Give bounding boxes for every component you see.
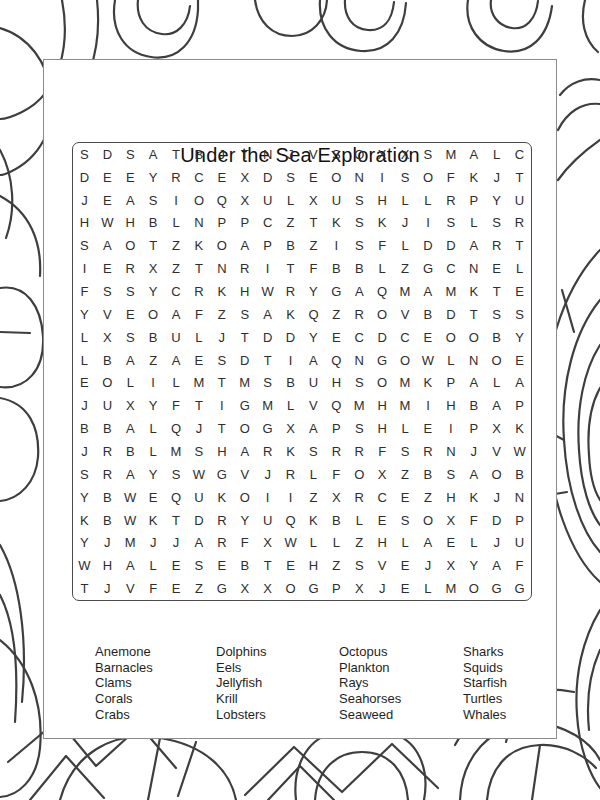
grid-cell: L bbox=[394, 234, 417, 257]
grid-cell: Y bbox=[73, 531, 96, 554]
grid-cell: C bbox=[256, 212, 279, 235]
word-list-item: Squids bbox=[463, 660, 507, 676]
grid-cell: H bbox=[439, 394, 462, 417]
grid-cell: X bbox=[233, 189, 256, 212]
grid-cell: X bbox=[348, 577, 371, 600]
grid-cell: H bbox=[119, 212, 142, 235]
grid-cell: D bbox=[96, 143, 119, 166]
word-list-item: Plankton bbox=[339, 660, 401, 676]
grid-cell: L bbox=[485, 372, 508, 395]
grid-cell: T bbox=[187, 257, 210, 280]
word-list-item: Rays bbox=[339, 675, 401, 691]
grid-cell: M bbox=[394, 394, 417, 417]
grid-cell: Q bbox=[348, 143, 371, 166]
grid-cell: G bbox=[508, 577, 531, 600]
grid-cell: F bbox=[462, 509, 485, 532]
grid-cell: T bbox=[256, 554, 279, 577]
grid-cell: E bbox=[394, 554, 417, 577]
grid-cell: R bbox=[325, 440, 348, 463]
grid-cell: S bbox=[416, 143, 439, 166]
grid-cell: M bbox=[233, 372, 256, 395]
grid-cell: B bbox=[325, 509, 348, 532]
grid-cell: Z bbox=[279, 212, 302, 235]
grid-cell: V bbox=[233, 463, 256, 486]
grid-cell: J bbox=[485, 531, 508, 554]
grid-cell: H bbox=[371, 531, 394, 554]
grid-cell: S bbox=[96, 280, 119, 303]
grid-cell: L bbox=[485, 143, 508, 166]
grid-cell: I bbox=[256, 257, 279, 280]
grid-cell: H bbox=[439, 486, 462, 509]
grid-cell: H bbox=[233, 280, 256, 303]
grid-cell: D bbox=[279, 326, 302, 349]
grid-cell: H bbox=[73, 212, 96, 235]
grid-cell: W bbox=[96, 212, 119, 235]
grid-cell: E bbox=[394, 486, 417, 509]
grid-cell: K bbox=[462, 280, 485, 303]
grid-cell: Z bbox=[394, 463, 417, 486]
grid-cell: K bbox=[279, 440, 302, 463]
grid-cell: R bbox=[348, 486, 371, 509]
grid-cell: J bbox=[485, 166, 508, 189]
word-search-grid: SDSATBJTNJVSQXXSMALCDEEYRCEXDSEONISOFKJT… bbox=[72, 142, 532, 601]
grid-cell: F bbox=[439, 166, 462, 189]
grid-cell: K bbox=[302, 509, 325, 532]
grid-cell: V bbox=[394, 303, 417, 326]
grid-cell: K bbox=[462, 486, 485, 509]
puzzle-card: Under the Sea Exploration SDSATBJTNJVSQX… bbox=[43, 59, 557, 739]
grid-cell: J bbox=[96, 531, 119, 554]
grid-cell: O bbox=[439, 326, 462, 349]
grid-cell: T bbox=[302, 212, 325, 235]
grid-cell: F bbox=[73, 280, 96, 303]
grid-cell: C bbox=[371, 486, 394, 509]
grid-cell: I bbox=[371, 166, 394, 189]
grid-cell: I bbox=[256, 486, 279, 509]
grid-cell: J bbox=[165, 531, 188, 554]
grid-cell: R bbox=[96, 463, 119, 486]
grid-cell: R bbox=[165, 166, 188, 189]
grid-cell: E bbox=[96, 166, 119, 189]
grid-cell: E bbox=[96, 257, 119, 280]
grid-cell: V bbox=[96, 303, 119, 326]
grid-cell: E bbox=[371, 509, 394, 532]
grid-cell: B bbox=[233, 554, 256, 577]
grid-cell: X bbox=[325, 486, 348, 509]
grid-cell: K bbox=[462, 166, 485, 189]
grid-cell: S bbox=[348, 234, 371, 257]
grid-cell: E bbox=[394, 577, 417, 600]
grid-cell: S bbox=[256, 372, 279, 395]
grid-cell: T bbox=[508, 166, 531, 189]
grid-cell: H bbox=[371, 394, 394, 417]
grid-cell: K bbox=[187, 234, 210, 257]
grid-cell: B bbox=[96, 349, 119, 372]
grid-cell: J bbox=[394, 212, 417, 235]
grid-cell: J bbox=[416, 554, 439, 577]
grid-cell: H bbox=[371, 417, 394, 440]
word-list-column: OctopusPlanktonRaysSeahorsesSeaweed bbox=[339, 644, 401, 723]
grid-cell: N bbox=[439, 440, 462, 463]
grid-cell: G bbox=[302, 577, 325, 600]
grid-cell: R bbox=[279, 463, 302, 486]
grid-cell: O bbox=[371, 372, 394, 395]
grid-cell: L bbox=[508, 257, 531, 280]
grid-cell: M bbox=[439, 577, 462, 600]
word-list-column: AnemoneBarnaclesClamsCoralsCrabs bbox=[95, 644, 153, 723]
grid-cell: S bbox=[142, 189, 165, 212]
grid-cell: T bbox=[233, 143, 256, 166]
grid-cell: F bbox=[233, 531, 256, 554]
grid-cell: B bbox=[142, 212, 165, 235]
grid-cell: A bbox=[165, 303, 188, 326]
grid-cell: O bbox=[485, 349, 508, 372]
grid-cell: U bbox=[325, 189, 348, 212]
grid-cell: X bbox=[96, 326, 119, 349]
grid-cell: A bbox=[416, 280, 439, 303]
word-list-item: Sharks bbox=[463, 644, 507, 660]
grid-cell: R bbox=[233, 257, 256, 280]
word-list-item: Barnacles bbox=[95, 660, 153, 676]
grid-cell: S bbox=[348, 417, 371, 440]
grid-cell: I bbox=[416, 212, 439, 235]
grid-cell: F bbox=[325, 463, 348, 486]
grid-cell: Z bbox=[165, 257, 188, 280]
grid-cell: U bbox=[508, 189, 531, 212]
grid-cell: S bbox=[119, 326, 142, 349]
grid-cell: B bbox=[96, 486, 119, 509]
grid-cell: L bbox=[279, 189, 302, 212]
grid-cell: X bbox=[485, 417, 508, 440]
grid-cell: A bbox=[119, 189, 142, 212]
grid-cell: A bbox=[233, 440, 256, 463]
grid-cell: G bbox=[371, 349, 394, 372]
word-list: AnemoneBarnaclesClamsCoralsCrabsDolphins… bbox=[44, 644, 556, 734]
grid-cell: L bbox=[462, 531, 485, 554]
grid-cell: M bbox=[165, 440, 188, 463]
grid-cell: B bbox=[485, 326, 508, 349]
grid-cell: L bbox=[325, 531, 348, 554]
grid-cell: S bbox=[348, 372, 371, 395]
grid-cell: E bbox=[302, 166, 325, 189]
grid-cell: X bbox=[279, 417, 302, 440]
grid-cell: I bbox=[279, 486, 302, 509]
grid-cell: F bbox=[508, 554, 531, 577]
grid-cell: N bbox=[462, 257, 485, 280]
grid-cell: R bbox=[119, 257, 142, 280]
grid-cell: W bbox=[187, 463, 210, 486]
grid-cell: T bbox=[187, 394, 210, 417]
grid-cell: B bbox=[96, 509, 119, 532]
grid-cell: Q bbox=[165, 486, 188, 509]
grid-cell: L bbox=[394, 531, 417, 554]
grid-cell: L bbox=[279, 394, 302, 417]
grid-cell: P bbox=[508, 394, 531, 417]
grid-cell: Z bbox=[416, 486, 439, 509]
grid-cell: B bbox=[508, 463, 531, 486]
grid-cell: R bbox=[485, 234, 508, 257]
grid-cell: Q bbox=[210, 189, 233, 212]
grid-cell: T bbox=[165, 509, 188, 532]
grid-cell: T bbox=[165, 143, 188, 166]
grid-cell: H bbox=[210, 440, 233, 463]
grid-cell: Y bbox=[302, 326, 325, 349]
grid-cell: Q bbox=[325, 349, 348, 372]
grid-cell: P bbox=[233, 212, 256, 235]
grid-cell: X bbox=[302, 189, 325, 212]
grid-cell: Y bbox=[142, 394, 165, 417]
grid-cell: I bbox=[73, 257, 96, 280]
grid-cell: G bbox=[210, 577, 233, 600]
grid-cell: N bbox=[348, 166, 371, 189]
grid-cell: O bbox=[416, 166, 439, 189]
grid-cell: L bbox=[142, 554, 165, 577]
grid-cell: O bbox=[119, 234, 142, 257]
grid-cell: K bbox=[416, 372, 439, 395]
grid-cell: K bbox=[210, 280, 233, 303]
grid-cell: E bbox=[508, 349, 531, 372]
grid-cell: K bbox=[325, 212, 348, 235]
grid-cell: Y bbox=[233, 509, 256, 532]
grid-cell: N bbox=[256, 143, 279, 166]
grid-cell: S bbox=[302, 440, 325, 463]
grid-cell: R bbox=[508, 212, 531, 235]
grid-cell: I bbox=[142, 372, 165, 395]
grid-cell: F bbox=[302, 257, 325, 280]
grid-cell: E bbox=[165, 554, 188, 577]
grid-cell: H bbox=[325, 372, 348, 395]
grid-cell: H bbox=[302, 554, 325, 577]
grid-cell: Z bbox=[302, 234, 325, 257]
grid-cell: L bbox=[142, 440, 165, 463]
grid-cell: K bbox=[210, 486, 233, 509]
grid-cell: O bbox=[462, 577, 485, 600]
grid-cell: M bbox=[187, 372, 210, 395]
grid-cell: M bbox=[119, 531, 142, 554]
grid-cell: D bbox=[187, 509, 210, 532]
grid-cell: X bbox=[394, 143, 417, 166]
grid-cell: A bbox=[119, 349, 142, 372]
grid-cell: J bbox=[187, 417, 210, 440]
grid-cell: L bbox=[302, 463, 325, 486]
grid-cell: M bbox=[394, 280, 417, 303]
grid-cell: Q bbox=[279, 509, 302, 532]
grid-cell: A bbox=[416, 531, 439, 554]
grid-cell: T bbox=[210, 372, 233, 395]
word-list-item: Anemone bbox=[95, 644, 153, 660]
grid-cell: N bbox=[508, 486, 531, 509]
grid-cell: Y bbox=[485, 189, 508, 212]
grid-cell: S bbox=[394, 509, 417, 532]
word-list-item: Corals bbox=[95, 691, 153, 707]
grid-cell: P bbox=[325, 577, 348, 600]
grid-cell: A bbox=[96, 234, 119, 257]
grid-cell: Z bbox=[210, 303, 233, 326]
grid-cell: U bbox=[256, 189, 279, 212]
grid-cell: S bbox=[439, 463, 462, 486]
grid-cell: O bbox=[233, 417, 256, 440]
grid-cell: D bbox=[256, 166, 279, 189]
grid-cell: R bbox=[348, 303, 371, 326]
grid-cell: C bbox=[187, 166, 210, 189]
grid-cell: N bbox=[210, 257, 233, 280]
grid-cell: J bbox=[73, 189, 96, 212]
grid-cell: B bbox=[325, 257, 348, 280]
grid-cell: A bbox=[119, 463, 142, 486]
grid-cell: R bbox=[256, 440, 279, 463]
grid-cell: V bbox=[302, 143, 325, 166]
grid-cell: R bbox=[210, 509, 233, 532]
grid-cell: S bbox=[348, 212, 371, 235]
grid-cell: F bbox=[371, 234, 394, 257]
grid-cell: S bbox=[210, 349, 233, 372]
grid-cell: T bbox=[210, 417, 233, 440]
grid-cell: R bbox=[96, 440, 119, 463]
word-list-item: Seahorses bbox=[339, 691, 401, 707]
grid-cell: L bbox=[165, 372, 188, 395]
grid-cell: X bbox=[233, 577, 256, 600]
grid-cell: U bbox=[508, 531, 531, 554]
grid-cell: L bbox=[416, 577, 439, 600]
grid-cell: I bbox=[165, 189, 188, 212]
grid-cell: X bbox=[142, 257, 165, 280]
grid-cell: J bbox=[256, 463, 279, 486]
grid-cell: S bbox=[119, 280, 142, 303]
grid-cell: A bbox=[302, 417, 325, 440]
grid-cell: T bbox=[73, 577, 96, 600]
word-list-item: Lobsters bbox=[216, 707, 267, 723]
grid-cell: C bbox=[394, 326, 417, 349]
grid-cell: K bbox=[142, 509, 165, 532]
grid-cell: F bbox=[165, 394, 188, 417]
grid-cell: E bbox=[210, 554, 233, 577]
grid-cell: M bbox=[256, 394, 279, 417]
grid-cell: A bbox=[187, 531, 210, 554]
grid-cell: A bbox=[485, 394, 508, 417]
grid-cell: Y bbox=[508, 326, 531, 349]
grid-cell: B bbox=[142, 326, 165, 349]
grid-cell: E bbox=[96, 189, 119, 212]
grid-cell: D bbox=[371, 326, 394, 349]
grid-cell: O bbox=[462, 326, 485, 349]
grid-cell: F bbox=[187, 303, 210, 326]
word-list-column: DolphinsEelsJellyfishKrillLobsters bbox=[216, 644, 267, 723]
grid-cell: S bbox=[165, 463, 188, 486]
grid-cell: O bbox=[210, 234, 233, 257]
grid-cell: E bbox=[279, 554, 302, 577]
grid-cell: S bbox=[439, 212, 462, 235]
grid-cell: L bbox=[394, 189, 417, 212]
grid-cell: A bbox=[462, 234, 485, 257]
grid-cell: A bbox=[485, 554, 508, 577]
grid-cell: Q bbox=[371, 280, 394, 303]
grid-cell: S bbox=[119, 143, 142, 166]
grid-cell: Z bbox=[165, 234, 188, 257]
grid-cell: X bbox=[256, 577, 279, 600]
grid-cell: W bbox=[119, 509, 142, 532]
grid-cell: S bbox=[394, 440, 417, 463]
grid-cell: Y bbox=[73, 303, 96, 326]
grid-cell: U bbox=[96, 394, 119, 417]
grid-cell: Q bbox=[165, 417, 188, 440]
grid-cell: V bbox=[119, 577, 142, 600]
grid-cell: D bbox=[439, 303, 462, 326]
grid-cell: E bbox=[187, 349, 210, 372]
grid-cell: Y bbox=[73, 486, 96, 509]
grid-cell: A bbox=[462, 463, 485, 486]
grid-cell: S bbox=[325, 143, 348, 166]
grid-cell: B bbox=[73, 417, 96, 440]
grid-cell: S bbox=[394, 166, 417, 189]
grid-cell: I bbox=[439, 417, 462, 440]
grid-cell: N bbox=[187, 212, 210, 235]
grid-cell: P bbox=[325, 417, 348, 440]
grid-cell: E bbox=[142, 486, 165, 509]
grid-cell: V bbox=[371, 554, 394, 577]
grid-cell: E bbox=[119, 303, 142, 326]
grid-cell: O bbox=[96, 372, 119, 395]
grid-cell: Y bbox=[142, 280, 165, 303]
grid-cell: D bbox=[416, 234, 439, 257]
grid-cell: L bbox=[165, 212, 188, 235]
grid-cell: L bbox=[348, 509, 371, 532]
grid-cell: B bbox=[119, 440, 142, 463]
grid-cell: A bbox=[119, 417, 142, 440]
grid-cell: X bbox=[119, 394, 142, 417]
grid-cell: Z bbox=[325, 303, 348, 326]
grid-cell: H bbox=[96, 554, 119, 577]
grid-cell: K bbox=[73, 509, 96, 532]
grid-cell: A bbox=[119, 554, 142, 577]
grid-cell: C bbox=[348, 326, 371, 349]
grid-cell: T bbox=[279, 257, 302, 280]
grid-cell: S bbox=[279, 166, 302, 189]
grid-cell: Z bbox=[187, 577, 210, 600]
grid-cell: C bbox=[439, 257, 462, 280]
grid-cell: S bbox=[233, 303, 256, 326]
grid-cell: N bbox=[462, 349, 485, 372]
word-list-item: Octopus bbox=[339, 644, 401, 660]
grid-cell: U bbox=[187, 486, 210, 509]
grid-cell: M bbox=[439, 280, 462, 303]
grid-cell: J bbox=[485, 486, 508, 509]
grid-cell: J bbox=[96, 577, 119, 600]
grid-cell: M bbox=[394, 372, 417, 395]
grid-cell: V bbox=[302, 394, 325, 417]
grid-cell: S bbox=[73, 234, 96, 257]
grid-cell: E bbox=[165, 577, 188, 600]
grid-cell: W bbox=[256, 280, 279, 303]
grid-cell: L bbox=[302, 531, 325, 554]
grid-cell: B bbox=[279, 372, 302, 395]
grid-cell: P bbox=[256, 234, 279, 257]
grid-cell: L bbox=[416, 189, 439, 212]
grid-cell: M bbox=[348, 394, 371, 417]
grid-cell: S bbox=[485, 212, 508, 235]
grid-cell: J bbox=[371, 577, 394, 600]
grid-cell: O bbox=[348, 463, 371, 486]
grid-cell: O bbox=[279, 577, 302, 600]
grid-cell: J bbox=[279, 143, 302, 166]
grid-cell: B bbox=[462, 394, 485, 417]
grid-cell: D bbox=[73, 166, 96, 189]
grid-cell: E bbox=[416, 326, 439, 349]
word-list-item: Krill bbox=[216, 691, 267, 707]
word-list-item: Eels bbox=[216, 660, 267, 676]
grid-cell: X bbox=[439, 554, 462, 577]
grid-cell: A bbox=[302, 349, 325, 372]
grid-cell: F bbox=[371, 440, 394, 463]
